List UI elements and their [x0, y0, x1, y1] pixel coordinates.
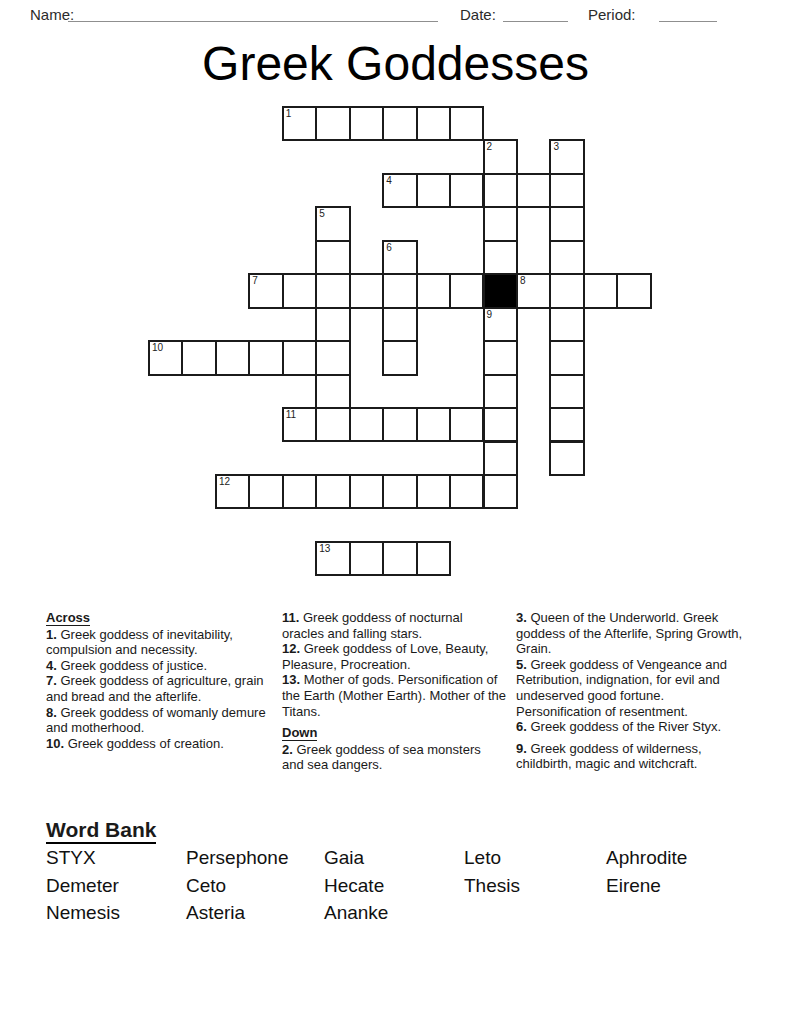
clue-column-3: 3. Queen of the Underworld. Greek goddes…	[516, 610, 748, 772]
clue-item: 13. Mother of gods. Personification of t…	[282, 672, 506, 719]
grid-cell[interactable]	[483, 441, 518, 476]
grid-cell[interactable]	[549, 206, 584, 241]
word-bank-word: Demeter	[46, 875, 186, 903]
grid-cell[interactable]: 3	[549, 139, 584, 174]
grid-cell[interactable]	[416, 407, 451, 442]
date-label: Date:	[460, 6, 496, 23]
grid-cell[interactable]	[349, 407, 384, 442]
clue-heading-across: Across	[46, 610, 270, 626]
grid-cell[interactable]	[449, 407, 484, 442]
grid-cell[interactable]: 5	[315, 206, 350, 241]
clue-column-2: 11. Greek goddess of nocturnal oracles a…	[282, 610, 506, 773]
clue-item: 3. Queen of the Underworld. Greek goddes…	[516, 610, 748, 657]
grid-cell[interactable]	[315, 307, 350, 342]
grid-cell[interactable]	[416, 106, 451, 141]
cell-clue-number: 12	[219, 476, 230, 487]
grid-cell[interactable]: 7	[248, 273, 283, 308]
grid-cell[interactable]	[483, 240, 518, 275]
grid-cell[interactable]: 11	[282, 407, 317, 442]
clue-number-label: 11.	[282, 610, 299, 625]
grid-cell[interactable]	[416, 173, 451, 208]
clue-number-label: 12.	[282, 641, 300, 656]
clue-column-1: Across1. Greek goddess of inevitability,…	[46, 610, 270, 751]
grid-cell[interactable]	[315, 407, 350, 442]
cell-clue-number: 10	[152, 342, 163, 353]
clue-number-label: 9.	[516, 741, 527, 756]
grid-cell[interactable]	[449, 173, 484, 208]
cell-clue-number: 2	[487, 141, 493, 152]
clue-number-label: 5.	[516, 657, 527, 672]
grid-cell[interactable]	[382, 340, 417, 375]
grid-cell[interactable]	[382, 307, 417, 342]
clue-item: 9. Greek goddess of wilderness, childbir…	[516, 741, 748, 772]
grid-cell[interactable]	[616, 273, 651, 308]
grid-cell[interactable]	[315, 106, 350, 141]
grid-cell[interactable]	[549, 173, 584, 208]
period-label: Period:	[588, 6, 636, 23]
grid-cell[interactable]	[549, 441, 584, 476]
grid-cell[interactable]	[349, 474, 384, 509]
grid-cell[interactable]	[416, 273, 451, 308]
clue-item: 2. Greek goddess of sea monsters and sea…	[282, 742, 506, 773]
clue-item: 7. Greek goddess of agriculture, grain a…	[46, 673, 270, 704]
grid-cell[interactable]	[349, 106, 384, 141]
cell-clue-number: 11	[286, 409, 296, 420]
clue-item: 11. Greek goddess of nocturnal oracles a…	[282, 610, 506, 641]
clue-number-label: 4.	[46, 658, 57, 673]
grid-cell[interactable]	[382, 106, 417, 141]
clue-number-label: 8.	[46, 705, 57, 720]
word-bank-word: Persephone	[186, 847, 324, 875]
puzzle-title: Greek Goddesses	[0, 36, 791, 91]
grid-cell[interactable]: 4	[382, 173, 417, 208]
grid-cell[interactable]	[549, 407, 584, 442]
clue-item: 12. Greek goddess of Love, Beauty, Pleas…	[282, 641, 506, 672]
cell-clue-number: 1	[286, 108, 292, 119]
grid-cell[interactable]	[549, 240, 584, 275]
grid-cell[interactable]	[282, 474, 317, 509]
grid-cell[interactable]	[549, 374, 584, 409]
grid-cell[interactable]: 12	[215, 474, 250, 509]
clue-item: 4. Greek goddess of justice.	[46, 658, 270, 674]
grid-cell[interactable]	[382, 474, 417, 509]
clue-number-label: 3.	[516, 610, 527, 625]
clue-number-label: 13.	[282, 672, 300, 687]
grid-cell[interactable]	[315, 474, 350, 509]
word-bank-heading: Word Bank	[46, 818, 156, 842]
clue-number-label: 6.	[516, 719, 527, 734]
grid-cell[interactable]	[315, 240, 350, 275]
grid-cell[interactable]	[315, 340, 350, 375]
clue-heading-down: Down	[282, 725, 506, 741]
word-bank-word: Asteria	[186, 902, 324, 930]
grid-cell[interactable]	[181, 340, 216, 375]
word-bank-word: Hecate	[324, 875, 464, 903]
grid-cell[interactable]	[416, 541, 451, 576]
period-underline[interactable]	[659, 21, 717, 22]
word-bank-word: Thesis	[464, 875, 606, 903]
clue-item: 10. Greek goddess of creation.	[46, 736, 270, 752]
grid-cell[interactable]	[349, 541, 384, 576]
grid-cell[interactable]	[315, 273, 350, 308]
word-bank-word: Aphrodite	[606, 847, 756, 875]
grid-cell[interactable]	[483, 474, 518, 509]
crossword-grid: 12345678910111213	[148, 106, 654, 580]
clue-item: 1. Greek goddess of inevitability, compu…	[46, 627, 270, 658]
grid-cell[interactable]	[483, 407, 518, 442]
clue-item: 8. Greek goddess of womanly demure and m…	[46, 705, 270, 736]
clue-item: 6. Greek goddess of the River Styx.	[516, 719, 748, 735]
grid-cell[interactable]	[516, 173, 551, 208]
grid-cell[interactable]	[483, 206, 518, 241]
clue-number-label: 1.	[46, 627, 57, 642]
grid-cell[interactable]	[449, 106, 484, 141]
date-underline[interactable]	[503, 21, 568, 22]
grid-cell[interactable]	[549, 273, 584, 308]
clue-number-label: 10.	[46, 736, 64, 751]
clue-number-label: 7.	[46, 673, 57, 688]
grid-cell[interactable]	[549, 307, 584, 342]
grid-cell[interactable]	[382, 541, 417, 576]
word-bank-word: Gaia	[324, 847, 464, 875]
grid-cell[interactable]: 1	[282, 106, 317, 141]
worksheet-page: Name: Date: Period: Greek Goddesses 1234…	[0, 0, 791, 1024]
word-bank-word: STYX	[46, 847, 186, 875]
cell-clue-number: 9	[487, 309, 493, 320]
grid-cell[interactable]	[549, 340, 584, 375]
grid-cell[interactable]	[315, 374, 350, 409]
grid-cell-black	[483, 273, 518, 308]
grid-cell[interactable]: 13	[315, 541, 350, 576]
grid-cell[interactable]	[449, 273, 484, 308]
word-bank-word: Leto	[464, 847, 606, 875]
cell-clue-number: 4	[386, 175, 392, 186]
word-bank-word: Ananke	[324, 902, 464, 930]
cell-clue-number: 7	[252, 275, 258, 286]
word-bank-word: Nemesis	[46, 902, 186, 930]
grid-cell[interactable]	[282, 340, 317, 375]
word-bank-word: Ceto	[186, 875, 324, 903]
name-underline[interactable]	[68, 21, 438, 22]
grid-cell[interactable]: 6	[382, 240, 417, 275]
cell-clue-number: 3	[553, 141, 559, 152]
grid-cell[interactable]	[349, 273, 384, 308]
word-bank: STYXPersephoneGaiaLetoAphroditeDemeterCe…	[46, 847, 756, 930]
grid-cell[interactable]	[382, 273, 417, 308]
grid-cell[interactable]: 10	[148, 340, 183, 375]
cell-clue-number: 6	[386, 242, 392, 253]
grid-cell[interactable]	[282, 273, 317, 308]
grid-cell[interactable]	[248, 474, 283, 509]
grid-cell[interactable]: 8	[516, 273, 551, 308]
grid-cell[interactable]: 9	[483, 307, 518, 342]
grid-cell[interactable]	[248, 340, 283, 375]
cell-clue-number: 13	[319, 543, 330, 554]
cell-clue-number: 8	[520, 275, 526, 286]
grid-cell[interactable]	[483, 374, 518, 409]
grid-cell[interactable]	[483, 173, 518, 208]
grid-cell[interactable]	[416, 474, 451, 509]
clue-number-label: 2.	[282, 742, 293, 757]
grid-cell[interactable]	[215, 340, 250, 375]
grid-cell[interactable]	[449, 474, 484, 509]
grid-cell[interactable]	[483, 340, 518, 375]
cell-clue-number: 5	[319, 208, 325, 219]
grid-cell[interactable]	[583, 273, 618, 308]
grid-cell[interactable]	[382, 407, 417, 442]
clue-item: 5. Greek goddess of Vengeance and Retrib…	[516, 657, 748, 719]
word-bank-word: Eirene	[606, 875, 756, 903]
grid-cell[interactable]: 2	[483, 139, 518, 174]
